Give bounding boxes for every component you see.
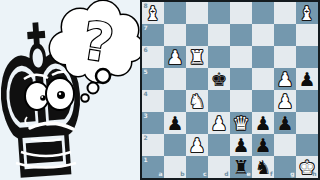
file-label-a: a bbox=[158, 171, 162, 177]
white-pawn[interactable]: ♟ bbox=[164, 46, 186, 68]
board-square-b1[interactable]: b bbox=[164, 156, 186, 178]
white-pawn[interactable]: ♟ bbox=[274, 90, 296, 112]
board-square-d1[interactable]: d bbox=[208, 156, 230, 178]
board-square-d2[interactable] bbox=[208, 134, 230, 156]
board-square-a8[interactable]: 8♝ bbox=[142, 2, 164, 24]
white-pawn[interactable]: ♟ bbox=[208, 112, 230, 134]
king-eyes bbox=[25, 78, 74, 110]
board-square-h7[interactable] bbox=[296, 24, 318, 46]
rank-label-2: 2 bbox=[144, 135, 148, 141]
board-square-a6[interactable]: 6 bbox=[142, 46, 164, 68]
black-pawn[interactable]: ♟ bbox=[164, 112, 186, 134]
white-knight[interactable]: ♞ bbox=[186, 90, 208, 112]
board-square-h3[interactable] bbox=[296, 112, 318, 134]
white-queen[interactable]: ♛ bbox=[230, 112, 252, 134]
black-king[interactable]: ♚ bbox=[208, 68, 230, 90]
board-square-c6[interactable]: ♜ bbox=[186, 46, 208, 68]
board-square-c2[interactable]: ♟ bbox=[186, 134, 208, 156]
white-bishop[interactable]: ♝ bbox=[296, 2, 318, 24]
board-square-d5[interactable]: ♚ bbox=[208, 68, 230, 90]
black-knight[interactable]: ♞ bbox=[252, 156, 274, 178]
white-pawn[interactable]: ♟ bbox=[274, 68, 296, 90]
bubble-trail-medium bbox=[88, 83, 99, 94]
rank-label-5: 5 bbox=[144, 69, 148, 75]
board-square-f4[interactable] bbox=[252, 90, 274, 112]
board-square-f6[interactable] bbox=[252, 46, 274, 68]
board-square-e6[interactable] bbox=[230, 46, 252, 68]
black-pawn[interactable]: ♟ bbox=[274, 112, 296, 134]
board-square-g6[interactable] bbox=[274, 46, 296, 68]
board-square-e3[interactable]: ♛ bbox=[230, 112, 252, 134]
board-square-a4[interactable]: 4 bbox=[142, 90, 164, 112]
board-square-b6[interactable]: ♟ bbox=[164, 46, 186, 68]
board-square-b7[interactable] bbox=[164, 24, 186, 46]
illustration-panel: ♚ bbox=[0, 0, 140, 180]
rank-label-1: 1 bbox=[144, 157, 148, 163]
file-label-b: b bbox=[180, 171, 184, 177]
board-square-h2[interactable] bbox=[296, 134, 318, 156]
board-square-e2[interactable]: ♟ bbox=[230, 134, 252, 156]
board-square-b5[interactable] bbox=[164, 68, 186, 90]
board-square-d3[interactable]: ♟ bbox=[208, 112, 230, 134]
black-pawn[interactable]: ♟ bbox=[296, 68, 318, 90]
file-label-c: c bbox=[203, 171, 207, 177]
board-square-e1[interactable]: e♜ bbox=[230, 156, 252, 178]
white-rook[interactable]: ♜ bbox=[186, 46, 208, 68]
board-square-e5[interactable] bbox=[230, 68, 252, 90]
board-square-h5[interactable]: ♟ bbox=[296, 68, 318, 90]
left-pupil-highlight bbox=[41, 96, 43, 98]
board-square-h8[interactable]: ♝ bbox=[296, 2, 318, 24]
board-square-h4[interactable] bbox=[296, 90, 318, 112]
board-square-f7[interactable] bbox=[252, 24, 274, 46]
rank-label-6: 6 bbox=[144, 47, 148, 53]
board-square-c5[interactable] bbox=[186, 68, 208, 90]
board-square-f2[interactable]: ♟ bbox=[252, 134, 274, 156]
black-pawn[interactable]: ♟ bbox=[252, 134, 274, 156]
board-square-a1[interactable]: 1a bbox=[142, 156, 164, 178]
board-square-c8[interactable] bbox=[186, 2, 208, 24]
board-square-a5[interactable]: 5 bbox=[142, 68, 164, 90]
bubble-trail-small bbox=[81, 94, 89, 102]
board-square-g5[interactable]: ♟ bbox=[274, 68, 296, 90]
board-square-a2[interactable]: 2 bbox=[142, 134, 164, 156]
board-square-g7[interactable] bbox=[274, 24, 296, 46]
board-square-d8[interactable] bbox=[208, 2, 230, 24]
board-square-b8[interactable] bbox=[164, 2, 186, 24]
left-pupil bbox=[40, 95, 46, 101]
rank-label-4: 4 bbox=[144, 91, 148, 97]
board-square-g4[interactable]: ♟ bbox=[274, 90, 296, 112]
board-square-e7[interactable] bbox=[230, 24, 252, 46]
board-square-e4[interactable] bbox=[230, 90, 252, 112]
board-square-a3[interactable]: 3 bbox=[142, 112, 164, 134]
board-square-b4[interactable] bbox=[164, 90, 186, 112]
chess-board: 8♝♝76♟♜5♚♟♟4♞♟3♟♟♛♟♟2♟♟♟1abcde♜f♞gh♚ bbox=[140, 0, 320, 180]
board-square-c3[interactable] bbox=[186, 112, 208, 134]
board-square-g3[interactable]: ♟ bbox=[274, 112, 296, 134]
board-square-a7[interactable]: 7 bbox=[142, 24, 164, 46]
right-pupil-highlight bbox=[59, 93, 61, 95]
black-rook[interactable]: ♜ bbox=[230, 156, 252, 178]
rank-label-7: 7 bbox=[144, 25, 148, 31]
white-king[interactable]: ♚ bbox=[296, 156, 318, 178]
rank-label-3: 3 bbox=[144, 113, 148, 119]
white-bishop[interactable]: ♝ bbox=[142, 2, 164, 24]
file-label-g: g bbox=[290, 171, 294, 177]
board-square-f1[interactable]: f♞ bbox=[252, 156, 274, 178]
board-square-f8[interactable] bbox=[252, 2, 274, 24]
right-pupil bbox=[57, 91, 65, 99]
black-pawn[interactable]: ♟ bbox=[230, 134, 252, 156]
board-square-g8[interactable] bbox=[274, 2, 296, 24]
board-square-d7[interactable] bbox=[208, 24, 230, 46]
board-square-c1[interactable]: c bbox=[186, 156, 208, 178]
board-square-b2[interactable] bbox=[164, 134, 186, 156]
board-square-e8[interactable] bbox=[230, 2, 252, 24]
board-square-g1[interactable]: g bbox=[274, 156, 296, 178]
white-pawn[interactable]: ♟ bbox=[186, 134, 208, 156]
file-label-d: d bbox=[224, 171, 228, 177]
board-square-d6[interactable] bbox=[208, 46, 230, 68]
puzzle-thumbnail: ♚ bbox=[0, 0, 320, 180]
black-pawn[interactable]: ♟ bbox=[252, 112, 274, 134]
board-square-h6[interactable] bbox=[296, 46, 318, 68]
board-square-b3[interactable]: ♟ bbox=[164, 112, 186, 134]
thinking-king-illustration: ♚ bbox=[0, 0, 140, 180]
board-square-h1[interactable]: h♚ bbox=[296, 156, 318, 178]
board-square-c7[interactable] bbox=[186, 24, 208, 46]
board-square-g2[interactable] bbox=[274, 134, 296, 156]
board-square-d4[interactable] bbox=[208, 90, 230, 112]
board-square-f5[interactable] bbox=[252, 68, 274, 90]
board-square-c4[interactable]: ♞ bbox=[186, 90, 208, 112]
board-square-f3[interactable]: ♟ bbox=[252, 112, 274, 134]
